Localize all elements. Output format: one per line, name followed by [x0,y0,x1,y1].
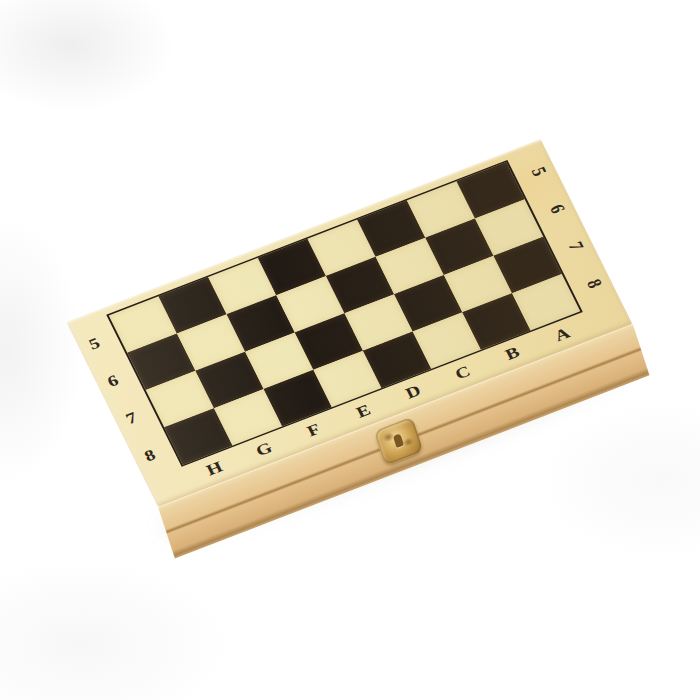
file-label-b: B [503,344,522,363]
rank-label-right-5: 5 [528,164,550,178]
clasp-keyhole [393,433,404,448]
rank-label-left-8: 8 [142,447,158,464]
file-label-a: A [552,325,572,344]
rank-label-left-7: 7 [123,409,139,426]
file-label-e: E [354,401,373,420]
file-label-d: D [403,382,423,401]
file-label-h: H [204,459,225,478]
rank-label-right-8: 8 [584,276,606,290]
rank-label-left-5: 5 [86,335,102,352]
rank-label-left-6: 6 [105,372,121,389]
rank-label-right-6: 6 [547,202,569,216]
brass-clasp [374,416,424,466]
rank-label-right-7: 7 [566,239,588,253]
file-label-g: G [253,439,274,458]
file-label-f: F [305,421,323,439]
product-photo-scene: HGFEDCBA56785678 [0,0,700,700]
file-label-c: C [453,363,473,382]
